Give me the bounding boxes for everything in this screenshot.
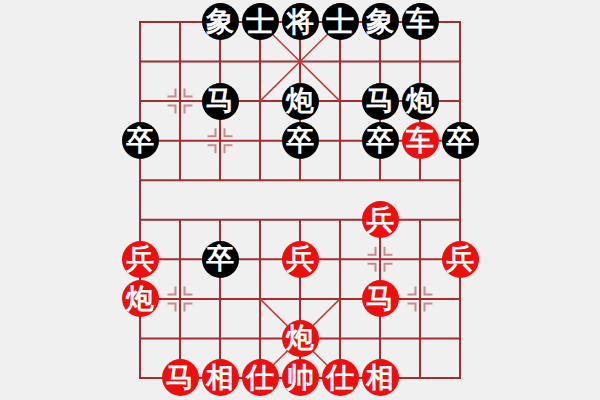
piece-red-cannon[interactable]: 炮	[282, 320, 319, 357]
xiangqi-screen: 象士将士象车马炮马炮卒卒卒车卒兵兵卒兵兵炮马炮马相仕帅仕相	[0, 0, 600, 400]
piece-black-elephant[interactable]: 象	[362, 3, 399, 40]
piece-black-soldier[interactable]: 卒	[362, 122, 399, 159]
piece-black-chariot[interactable]: 车	[402, 3, 439, 40]
piece-red-horse[interactable]: 马	[162, 359, 199, 396]
piece-black-cannon[interactable]: 炮	[402, 83, 439, 120]
piece-black-elephant[interactable]: 象	[202, 3, 239, 40]
piece-red-elephant[interactable]: 相	[362, 359, 399, 396]
piece-red-soldier[interactable]: 兵	[442, 241, 479, 278]
piece-red-advisor[interactable]: 仕	[322, 359, 359, 396]
piece-red-elephant[interactable]: 相	[202, 359, 239, 396]
piece-black-cannon[interactable]: 炮	[282, 83, 319, 120]
piece-red-soldier[interactable]: 兵	[282, 241, 319, 278]
piece-black-horse[interactable]: 马	[362, 83, 399, 120]
piece-red-chariot[interactable]: 车	[402, 122, 439, 159]
piece-black-soldier[interactable]: 卒	[282, 122, 319, 159]
piece-black-soldier[interactable]: 卒	[202, 241, 239, 278]
piece-black-general[interactable]: 将	[282, 3, 319, 40]
piece-red-soldier[interactable]: 兵	[362, 201, 399, 238]
piece-black-soldier[interactable]: 卒	[122, 122, 159, 159]
piece-red-cannon[interactable]: 炮	[122, 280, 159, 317]
piece-black-advisor[interactable]: 士	[242, 3, 279, 40]
xiangqi-board[interactable]: 象士将士象车马炮马炮卒卒卒车卒兵兵卒兵兵炮马炮马相仕帅仕相	[0, 0, 600, 400]
piece-red-horse[interactable]: 马	[362, 280, 399, 317]
piece-black-advisor[interactable]: 士	[322, 3, 359, 40]
piece-black-soldier[interactable]: 卒	[442, 122, 479, 159]
piece-black-horse[interactable]: 马	[202, 83, 239, 120]
piece-red-general[interactable]: 帅	[282, 359, 319, 396]
pieces-layer: 象士将士象车马炮马炮卒卒卒车卒兵兵卒兵兵炮马炮马相仕帅仕相	[120, 2, 480, 397]
piece-red-soldier[interactable]: 兵	[122, 241, 159, 278]
piece-red-advisor[interactable]: 仕	[242, 359, 279, 396]
